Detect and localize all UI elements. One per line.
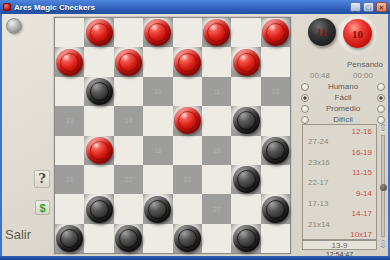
- red-piece[interactable]: [115, 49, 142, 76]
- black-piece[interactable]: [174, 225, 201, 252]
- window-border-bottom: [0, 256, 390, 260]
- black-piece[interactable]: [56, 225, 83, 252]
- move-entry[interactable]: 11-15: [303, 168, 376, 178]
- board-square[interactable]: [173, 106, 202, 135]
- board-square[interactable]: 14: [114, 106, 143, 135]
- board-square[interactable]: [143, 165, 172, 194]
- board-square[interactable]: [231, 194, 260, 223]
- board-square[interactable]: [261, 165, 290, 194]
- difficulty-options: HumanoFácilPromedioDifícil: [301, 81, 385, 125]
- board-square[interactable]: [114, 77, 143, 106]
- board-square[interactable]: [202, 165, 231, 194]
- red-clock: 00:00: [348, 71, 378, 80]
- board-square[interactable]: 21: [55, 165, 84, 194]
- red-piece[interactable]: [86, 137, 113, 164]
- exit-button[interactable]: Salir: [5, 227, 31, 242]
- black-piece[interactable]: [262, 137, 289, 164]
- right-radio[interactable]: [377, 94, 385, 102]
- black-clock: 00:48: [305, 71, 335, 80]
- board-square[interactable]: [114, 18, 143, 47]
- board-square[interactable]: 11: [202, 77, 231, 106]
- board-square[interactable]: [202, 18, 231, 47]
- square-number: 21: [66, 176, 74, 183]
- board-square[interactable]: [55, 18, 84, 47]
- square-number: 23: [183, 176, 191, 183]
- board-square[interactable]: [114, 136, 143, 165]
- board-square[interactable]: 10: [143, 77, 172, 106]
- app-icon: [3, 3, 11, 11]
- board-square[interactable]: [202, 106, 231, 135]
- board-square[interactable]: [55, 224, 84, 253]
- board-square[interactable]: [261, 106, 290, 135]
- board-square[interactable]: [55, 194, 84, 223]
- minimize-button[interactable]: _: [350, 2, 361, 12]
- move-entry[interactable]: 12-16: [303, 127, 376, 137]
- move-entry[interactable]: 16-19: [303, 148, 376, 158]
- board-square[interactable]: 22: [114, 165, 143, 194]
- board-square[interactable]: [231, 136, 260, 165]
- black-piece-counter: 11: [308, 18, 336, 46]
- square-number: 19: [213, 147, 221, 154]
- move-entry[interactable]: 22-17: [303, 178, 376, 188]
- option-row: Promedio: [301, 103, 385, 114]
- pending-move-box: 13-9: [302, 240, 377, 250]
- board-square[interactable]: [114, 47, 143, 76]
- board-square[interactable]: [143, 18, 172, 47]
- board-square[interactable]: [84, 224, 113, 253]
- board-square[interactable]: [261, 136, 290, 165]
- move-entry[interactable]: 17-13: [303, 199, 376, 209]
- option-row: Fácil: [301, 92, 385, 103]
- board-square[interactable]: [231, 224, 260, 253]
- close-button[interactable]: ✕: [376, 2, 387, 12]
- black-piece[interactable]: [115, 225, 142, 252]
- left-radio[interactable]: [301, 105, 309, 113]
- move-entry[interactable]: 14-17: [303, 209, 376, 219]
- board-square[interactable]: [173, 136, 202, 165]
- cash-button[interactable]: $: [35, 200, 50, 215]
- board-square[interactable]: [143, 47, 172, 76]
- red-piece[interactable]: [144, 19, 171, 46]
- board[interactable]: 1011121314181921222327: [54, 17, 291, 254]
- board-square[interactable]: 12: [261, 77, 290, 106]
- board-square[interactable]: [261, 47, 290, 76]
- board-square[interactable]: [261, 18, 290, 47]
- option-row: Humano: [301, 81, 385, 92]
- black-piece[interactable]: [86, 196, 113, 223]
- board-square[interactable]: [231, 47, 260, 76]
- board-square[interactable]: [231, 18, 260, 47]
- titlebar[interactable]: Ares Magic Checkers _ □ ✕: [0, 0, 390, 14]
- red-piece[interactable]: [56, 49, 83, 76]
- left-radio[interactable]: [301, 116, 309, 124]
- board-square[interactable]: [84, 136, 113, 165]
- move-entry[interactable]: 27-24: [303, 137, 376, 147]
- square-number: 14: [125, 117, 133, 124]
- board-square[interactable]: [55, 136, 84, 165]
- board-square[interactable]: 13: [55, 106, 84, 135]
- board-square[interactable]: 27: [202, 194, 231, 223]
- board-square[interactable]: [261, 224, 290, 253]
- square-number: 11: [213, 88, 220, 95]
- square-number: 22: [125, 176, 133, 183]
- black-piece[interactable]: [144, 196, 171, 223]
- board-square[interactable]: [114, 194, 143, 223]
- square-number: 10: [154, 88, 162, 95]
- move-entry[interactable]: 23x16: [303, 158, 376, 168]
- board-square[interactable]: [173, 18, 202, 47]
- ball-icon[interactable]: [6, 18, 22, 34]
- move-entry[interactable]: 9-14: [303, 189, 376, 199]
- red-piece[interactable]: [262, 19, 289, 46]
- board-square[interactable]: [173, 194, 202, 223]
- board-square[interactable]: [231, 165, 260, 194]
- black-piece[interactable]: [233, 225, 260, 252]
- board-square[interactable]: [231, 77, 260, 106]
- black-piece[interactable]: [233, 107, 260, 134]
- scrollbar-thumb[interactable]: [380, 184, 387, 191]
- window-controls: _ □ ✕: [350, 2, 390, 12]
- black-piece[interactable]: [86, 78, 113, 105]
- board-square[interactable]: [143, 224, 172, 253]
- left-radio[interactable]: [301, 94, 309, 102]
- board-square[interactable]: [84, 77, 113, 106]
- square-number: 12: [272, 88, 280, 95]
- board-square[interactable]: [173, 77, 202, 106]
- square-number: 13: [66, 117, 74, 124]
- board-square[interactable]: [202, 224, 231, 253]
- board-square[interactable]: [84, 165, 113, 194]
- option-label: Fácil: [309, 93, 377, 102]
- square-number: 27: [213, 206, 221, 213]
- board-square[interactable]: [143, 106, 172, 135]
- move-entry[interactable]: 21x14: [303, 220, 376, 230]
- red-piece[interactable]: [233, 49, 260, 76]
- right-radio[interactable]: [377, 83, 385, 91]
- board-square[interactable]: 19: [202, 136, 231, 165]
- thinking-label: Pensando: [347, 60, 383, 69]
- option-label: Promedio: [309, 104, 377, 113]
- window-title: Ares Magic Checkers: [14, 3, 95, 12]
- board-square[interactable]: [55, 47, 84, 76]
- board-square[interactable]: [84, 194, 113, 223]
- board-square[interactable]: [143, 194, 172, 223]
- square-number: 18: [154, 147, 162, 154]
- window-border-left: [0, 14, 2, 260]
- board-square[interactable]: [173, 47, 202, 76]
- help-button[interactable]: ?: [34, 170, 50, 188]
- board-square[interactable]: [55, 77, 84, 106]
- app-window: Ares Magic Checkers _ □ ✕ ? $ Salir 1011…: [0, 0, 390, 260]
- red-piece[interactable]: [86, 19, 113, 46]
- move-entry[interactable]: 10x17: [303, 230, 376, 240]
- option-label: Difícil: [309, 115, 377, 124]
- red-piece-counter: 10: [343, 19, 372, 48]
- maximize-button[interactable]: □: [363, 2, 374, 12]
- black-piece[interactable]: [262, 196, 289, 223]
- board-square[interactable]: [261, 194, 290, 223]
- board-square[interactable]: [84, 18, 113, 47]
- move-list[interactable]: 12-1627-2416-1923x1611-1522-179-1417-131…: [302, 124, 377, 240]
- board-square[interactable]: 18: [143, 136, 172, 165]
- board-square[interactable]: [114, 224, 143, 253]
- right-radio[interactable]: [377, 105, 385, 113]
- board-square[interactable]: [231, 106, 260, 135]
- red-piece[interactable]: [174, 107, 201, 134]
- red-piece[interactable]: [203, 19, 230, 46]
- board-square[interactable]: [84, 106, 113, 135]
- option-label: Humano: [309, 82, 377, 91]
- board-square[interactable]: [202, 47, 231, 76]
- red-piece[interactable]: [174, 49, 201, 76]
- main-content: ? $ Salir 1011121314181921222327 11 10 P…: [0, 14, 390, 260]
- left-radio[interactable]: [301, 83, 309, 91]
- board-square[interactable]: [84, 47, 113, 76]
- board-square[interactable]: [173, 224, 202, 253]
- board-square[interactable]: 23: [173, 165, 202, 194]
- black-piece[interactable]: [233, 166, 260, 193]
